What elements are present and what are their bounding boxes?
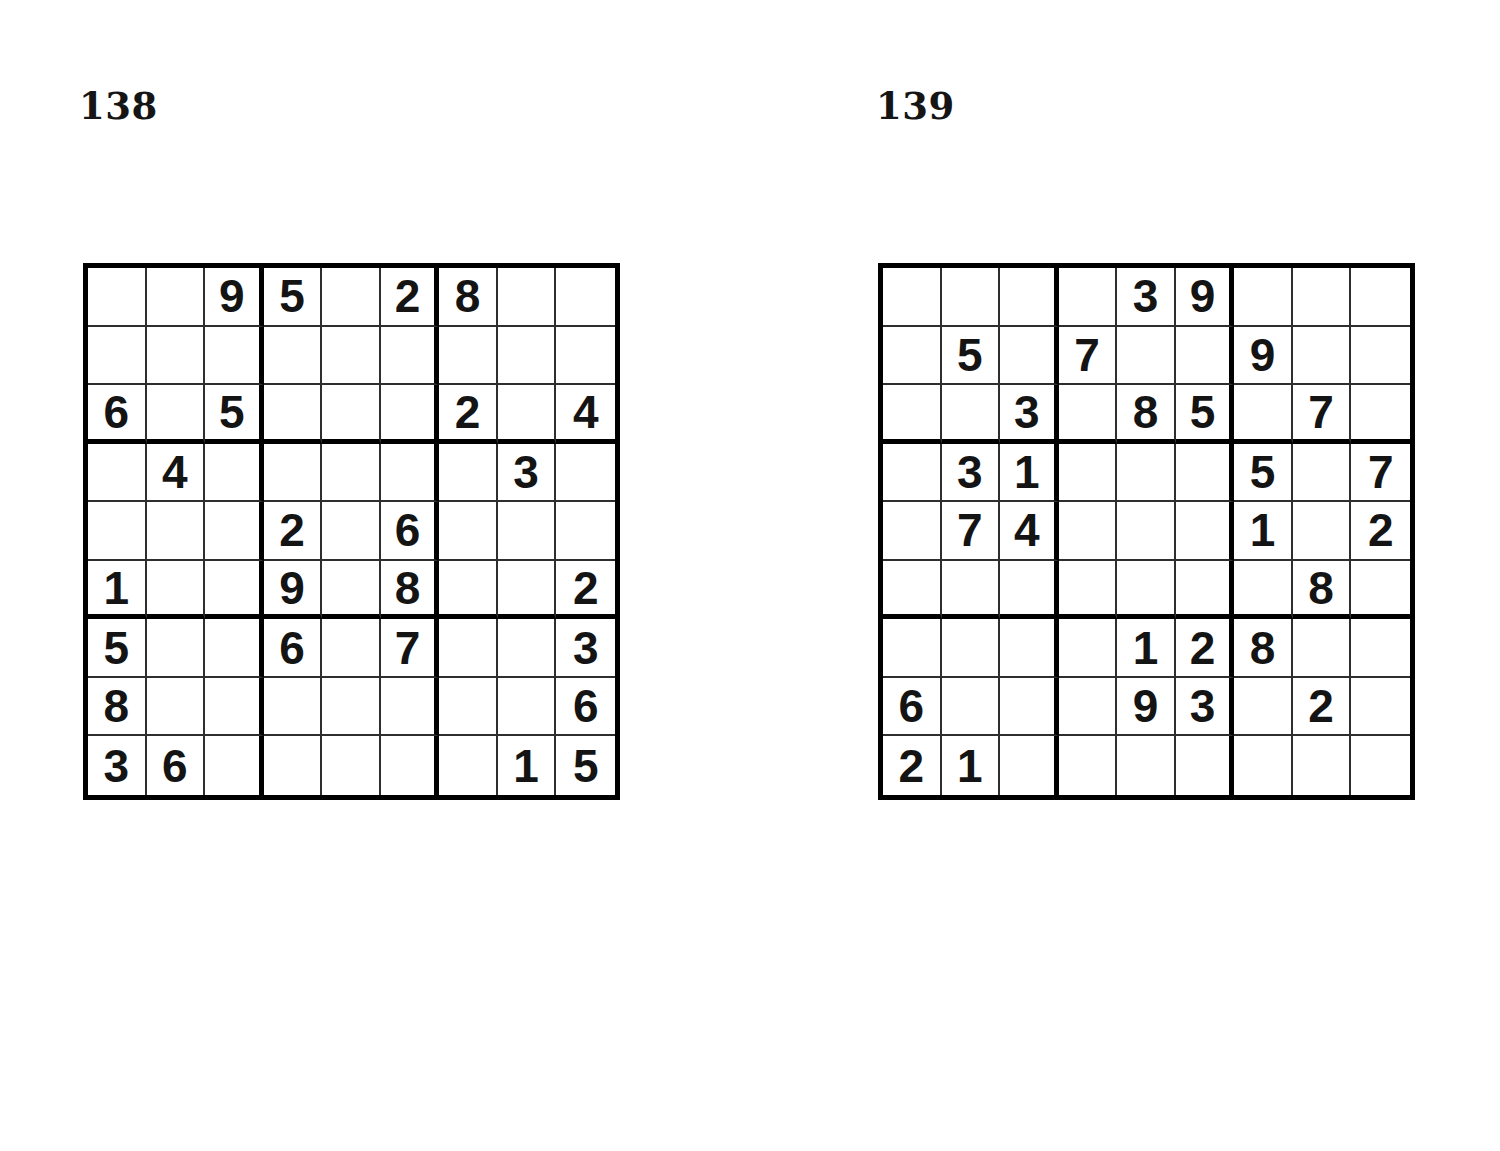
- cell-r4c7-empty: [439, 444, 498, 503]
- sudoku-board-138: 95286524432619825673863615: [83, 263, 620, 800]
- cell-r8c1-given: 8: [88, 678, 147, 737]
- cell-r2c3-empty: [1000, 327, 1059, 386]
- cell-r1c7-empty: [1234, 268, 1293, 327]
- cell-r1c2-empty: [942, 268, 1001, 327]
- cell-r8c6-given: 3: [1176, 678, 1235, 737]
- cell-r3c2-empty: [942, 385, 1001, 444]
- cell-r4c4-empty: [264, 444, 323, 503]
- cell-r4c7-given: 5: [1234, 444, 1293, 503]
- cell-r1c8-empty: [1293, 268, 1352, 327]
- cell-r9c9-given: 5: [556, 736, 615, 795]
- cell-r5c5-empty: [322, 502, 381, 561]
- cell-r3c7-empty: [1234, 385, 1293, 444]
- cell-r2c4-given: 7: [1059, 327, 1118, 386]
- cell-r5c5-empty: [1117, 502, 1176, 561]
- cell-r9c7-empty: [1234, 736, 1293, 795]
- cell-r9c4-empty: [1059, 736, 1118, 795]
- cell-r9c3-empty: [1000, 736, 1059, 795]
- cell-r6c9-empty: [1351, 561, 1410, 620]
- cell-r5c7-empty: [439, 502, 498, 561]
- cell-r5c9-given: 2: [1351, 502, 1410, 561]
- cell-r8c3-empty: [205, 678, 264, 737]
- cell-r1c2-empty: [147, 268, 206, 327]
- cell-r9c6-empty: [381, 736, 440, 795]
- cell-r2c6-empty: [381, 327, 440, 386]
- cell-r4c3-given: 1: [1000, 444, 1059, 503]
- cell-r4c6-empty: [381, 444, 440, 503]
- sudoku-board-139: 395793857315774128128693221: [878, 263, 1415, 800]
- cell-r6c7-empty: [439, 561, 498, 620]
- cell-r7c8-empty: [1293, 619, 1352, 678]
- cell-r3c9-given: 4: [556, 385, 615, 444]
- cell-r4c9-given: 7: [1351, 444, 1410, 503]
- cell-r3c3-given: 5: [205, 385, 264, 444]
- cell-r4c5-empty: [1117, 444, 1176, 503]
- cell-r8c4-empty: [264, 678, 323, 737]
- cell-r7c8-empty: [498, 619, 557, 678]
- cell-r9c6-empty: [1176, 736, 1235, 795]
- cell-r8c7-empty: [439, 678, 498, 737]
- cell-r3c1-empty: [883, 385, 942, 444]
- cell-r4c4-empty: [1059, 444, 1118, 503]
- cell-r5c8-empty: [1293, 502, 1352, 561]
- cell-r1c7-given: 8: [439, 268, 498, 327]
- cell-r2c2-empty: [147, 327, 206, 386]
- cell-r1c8-empty: [498, 268, 557, 327]
- cell-r9c5-empty: [322, 736, 381, 795]
- cell-r7c3-empty: [205, 619, 264, 678]
- cell-r2c8-empty: [498, 327, 557, 386]
- cell-r1c4-empty: [1059, 268, 1118, 327]
- cell-r9c4-empty: [264, 736, 323, 795]
- cell-r9c8-given: 1: [498, 736, 557, 795]
- cell-r2c4-empty: [264, 327, 323, 386]
- cell-r1c4-given: 5: [264, 268, 323, 327]
- cell-r5c3-empty: [205, 502, 264, 561]
- cell-r5c1-empty: [88, 502, 147, 561]
- cell-r6c2-empty: [942, 561, 1001, 620]
- cell-r9c3-empty: [205, 736, 264, 795]
- cell-r3c9-empty: [1351, 385, 1410, 444]
- cell-r1c1-empty: [883, 268, 942, 327]
- cell-r9c5-empty: [1117, 736, 1176, 795]
- cell-r6c5-empty: [322, 561, 381, 620]
- cell-r6c6-given: 8: [381, 561, 440, 620]
- cell-r2c9-empty: [556, 327, 615, 386]
- puzzle-number-139: 139: [876, 88, 955, 125]
- cell-r4c1-empty: [88, 444, 147, 503]
- cell-r6c2-empty: [147, 561, 206, 620]
- cell-r6c6-empty: [1176, 561, 1235, 620]
- cell-r5c1-empty: [883, 502, 942, 561]
- cell-r6c3-empty: [205, 561, 264, 620]
- cell-r2c7-empty: [439, 327, 498, 386]
- cell-r7c1-empty: [883, 619, 942, 678]
- cell-r3c5-given: 8: [1117, 385, 1176, 444]
- cell-r3c6-given: 5: [1176, 385, 1235, 444]
- cell-r3c4-empty: [1059, 385, 1118, 444]
- cell-r2c1-empty: [88, 327, 147, 386]
- cell-r5c7-given: 1: [1234, 502, 1293, 561]
- cell-r2c1-empty: [883, 327, 942, 386]
- cell-r6c4-given: 9: [264, 561, 323, 620]
- cell-r5c9-empty: [556, 502, 615, 561]
- cell-r7c2-empty: [147, 619, 206, 678]
- cell-r8c5-empty: [322, 678, 381, 737]
- cell-r5c6-given: 6: [381, 502, 440, 561]
- cell-r8c7-empty: [1234, 678, 1293, 737]
- cell-r9c7-empty: [439, 736, 498, 795]
- cell-r4c1-empty: [883, 444, 942, 503]
- cell-r8c8-given: 2: [1293, 678, 1352, 737]
- cell-r4c8-empty: [1293, 444, 1352, 503]
- cell-r7c6-given: 7: [381, 619, 440, 678]
- cell-r1c5-empty: [322, 268, 381, 327]
- cell-r9c1-given: 2: [883, 736, 942, 795]
- cell-r7c1-given: 5: [88, 619, 147, 678]
- cell-r8c9-given: 6: [556, 678, 615, 737]
- cell-r2c5-empty: [322, 327, 381, 386]
- cell-r7c3-empty: [1000, 619, 1059, 678]
- cell-r8c8-empty: [498, 678, 557, 737]
- cell-r5c4-empty: [1059, 502, 1118, 561]
- cell-r1c3-given: 9: [205, 268, 264, 327]
- cell-r3c6-empty: [381, 385, 440, 444]
- cell-r5c3-given: 4: [1000, 502, 1059, 561]
- cell-r7c4-empty: [1059, 619, 1118, 678]
- cell-r1c6-given: 2: [381, 268, 440, 327]
- cell-r5c2-empty: [147, 502, 206, 561]
- cell-r9c2-given: 1: [942, 736, 1001, 795]
- cell-r3c3-given: 3: [1000, 385, 1059, 444]
- cell-r7c2-empty: [942, 619, 1001, 678]
- cell-r5c8-empty: [498, 502, 557, 561]
- cell-r8c2-empty: [942, 678, 1001, 737]
- cell-r9c2-given: 6: [147, 736, 206, 795]
- cell-r5c6-empty: [1176, 502, 1235, 561]
- cell-r3c5-empty: [322, 385, 381, 444]
- cell-r4c2-given: 3: [942, 444, 1001, 503]
- cell-r7c4-given: 6: [264, 619, 323, 678]
- cell-r6c4-empty: [1059, 561, 1118, 620]
- cell-r1c3-empty: [1000, 268, 1059, 327]
- cell-r8c4-empty: [1059, 678, 1118, 737]
- cell-r7c6-given: 2: [1176, 619, 1235, 678]
- cell-r4c6-empty: [1176, 444, 1235, 503]
- cell-r6c8-given: 8: [1293, 561, 1352, 620]
- book-page: 138 139 95286524432619825673863615 39579…: [0, 0, 1500, 1151]
- cell-r4c9-empty: [556, 444, 615, 503]
- cell-r2c7-given: 9: [1234, 327, 1293, 386]
- cell-r3c4-empty: [264, 385, 323, 444]
- cell-r7c9-empty: [1351, 619, 1410, 678]
- cell-r8c6-empty: [381, 678, 440, 737]
- cell-r2c2-given: 5: [942, 327, 1001, 386]
- cell-r3c8-empty: [498, 385, 557, 444]
- cell-r4c5-empty: [322, 444, 381, 503]
- cell-r9c8-empty: [1293, 736, 1352, 795]
- cell-r7c9-given: 3: [556, 619, 615, 678]
- cell-r6c9-given: 2: [556, 561, 615, 620]
- cell-r8c3-empty: [1000, 678, 1059, 737]
- cell-r8c5-given: 9: [1117, 678, 1176, 737]
- cell-r5c2-given: 7: [942, 502, 1001, 561]
- cell-r6c1-given: 1: [88, 561, 147, 620]
- cell-r2c9-empty: [1351, 327, 1410, 386]
- cell-r7c7-empty: [439, 619, 498, 678]
- cell-r2c5-empty: [1117, 327, 1176, 386]
- cell-r9c1-given: 3: [88, 736, 147, 795]
- cell-r6c5-empty: [1117, 561, 1176, 620]
- cell-r7c7-given: 8: [1234, 619, 1293, 678]
- puzzle-number-138: 138: [79, 88, 158, 125]
- cell-r2c8-empty: [1293, 327, 1352, 386]
- cell-r4c3-empty: [205, 444, 264, 503]
- cell-r8c2-empty: [147, 678, 206, 737]
- cell-r2c6-empty: [1176, 327, 1235, 386]
- cell-r1c9-empty: [1351, 268, 1410, 327]
- cell-r8c9-empty: [1351, 678, 1410, 737]
- cell-r1c1-empty: [88, 268, 147, 327]
- cell-r3c7-given: 2: [439, 385, 498, 444]
- cell-r8c1-given: 6: [883, 678, 942, 737]
- cell-r9c9-empty: [1351, 736, 1410, 795]
- cell-r6c1-empty: [883, 561, 942, 620]
- cell-r6c7-empty: [1234, 561, 1293, 620]
- cell-r1c5-given: 3: [1117, 268, 1176, 327]
- cell-r7c5-given: 1: [1117, 619, 1176, 678]
- cell-r4c8-given: 3: [498, 444, 557, 503]
- cell-r2c3-empty: [205, 327, 264, 386]
- cell-r4c2-given: 4: [147, 444, 206, 503]
- cell-r1c6-given: 9: [1176, 268, 1235, 327]
- cell-r6c8-empty: [498, 561, 557, 620]
- cell-r5c4-given: 2: [264, 502, 323, 561]
- cell-r7c5-empty: [322, 619, 381, 678]
- cell-r3c2-empty: [147, 385, 206, 444]
- cell-r3c1-given: 6: [88, 385, 147, 444]
- cell-r3c8-given: 7: [1293, 385, 1352, 444]
- cell-r1c9-empty: [556, 268, 615, 327]
- cell-r6c3-empty: [1000, 561, 1059, 620]
